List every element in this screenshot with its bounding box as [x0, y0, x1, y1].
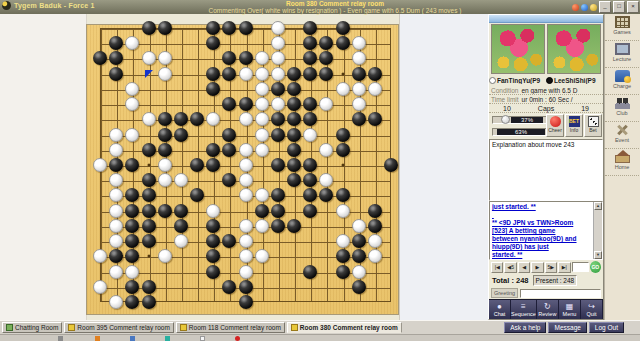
- side-toolbar: GamesLectureChargeClubEventHome: [604, 14, 640, 320]
- black-stone: [142, 219, 156, 233]
- black-stone: [109, 67, 123, 81]
- black-stone: [368, 219, 382, 233]
- room-tab[interactable]: Room 395 Comment relay room: [64, 322, 173, 333]
- black-stone: [158, 21, 172, 35]
- white-stone: [271, 97, 285, 111]
- log-out-button[interactable]: Log Out: [589, 322, 624, 333]
- black-stone: [206, 67, 220, 81]
- white-stone: [255, 112, 269, 126]
- home-icon: [6, 324, 13, 331]
- black-stone: [109, 249, 123, 263]
- white-stone: [336, 82, 350, 96]
- black-stone: [368, 112, 382, 126]
- black-stone: [368, 204, 382, 218]
- black-stone: [336, 249, 350, 263]
- black-stone: [303, 36, 317, 50]
- slider-1-knob[interactable]: [501, 115, 510, 124]
- white-stone: [255, 51, 269, 65]
- titlebar-room-label: Room 380 Comment relay room: [170, 0, 500, 7]
- black-stone: [206, 219, 220, 233]
- black-stone: [303, 67, 317, 81]
- toolbar-home-button[interactable]: Home: [605, 149, 639, 176]
- room-icon: [180, 324, 187, 331]
- black-stone: [303, 112, 317, 126]
- black-stone: [206, 143, 220, 157]
- tray-icon-red[interactable]: [572, 4, 579, 11]
- white-stone: [255, 188, 269, 202]
- total-moves-label: Total : 248: [492, 276, 529, 285]
- go-board[interactable]: [86, 24, 399, 315]
- room-icon: [291, 324, 298, 331]
- white-stone: [255, 219, 269, 233]
- toolbar-charge-button[interactable]: Charge: [605, 68, 639, 95]
- black-stone: [142, 295, 156, 309]
- black-stone: [190, 158, 204, 172]
- black-stone: [222, 21, 236, 35]
- white-stone: [271, 67, 285, 81]
- white-stone: [239, 234, 253, 248]
- scroll-up-button[interactable]: ▲: [594, 202, 602, 210]
- black-stone: [336, 265, 350, 279]
- black-stone: [287, 97, 301, 111]
- black-stone: [303, 188, 317, 202]
- white-stone: [352, 265, 366, 279]
- taskbar-sliver: [0, 334, 640, 341]
- white-stone: [109, 143, 123, 157]
- black-stone: [190, 112, 204, 126]
- white-stone: [125, 128, 139, 142]
- white-stone: [239, 67, 253, 81]
- white-stone: [142, 51, 156, 65]
- cheer-icon: [550, 116, 561, 127]
- white-stone: [206, 112, 220, 126]
- move-nav-button[interactable]: 5▶: [545, 262, 557, 273]
- black-stone: [125, 219, 139, 233]
- hoshi-point: [147, 255, 150, 258]
- chat-scrollbar[interactable]: ▲ ▼: [593, 202, 602, 259]
- white-stone: [125, 36, 139, 50]
- left-empty-panel: [0, 14, 87, 320]
- black-stone: [109, 36, 123, 50]
- move-nav-button[interactable]: ◀5: [504, 262, 516, 273]
- white-stone: [125, 265, 139, 279]
- white-stone: [368, 82, 382, 96]
- black-stone: [142, 21, 156, 35]
- black-stone: [303, 21, 317, 35]
- maximize-button[interactable]: □: [613, 1, 625, 13]
- black-stone: [222, 143, 236, 157]
- black-stone: [222, 280, 236, 294]
- black-stone: [303, 204, 317, 218]
- review-menu-button[interactable]: ↻Review: [537, 300, 559, 319]
- hoshi-point: [341, 164, 344, 167]
- black-stone: [222, 128, 236, 142]
- review-icon: ↻: [537, 302, 558, 311]
- black-stone: [239, 280, 253, 294]
- white-stone: [255, 128, 269, 142]
- black-stone: [287, 82, 301, 96]
- black-stone: [336, 21, 350, 35]
- condition-value: en game with 6.5 D: [521, 87, 577, 94]
- black-stone: [174, 128, 188, 142]
- black-stone: [239, 295, 253, 309]
- black-stone: [142, 143, 156, 157]
- black-stone: [158, 128, 172, 142]
- room-tab-active[interactable]: Room 380 Comment relay room: [287, 322, 402, 333]
- white-stone: [352, 97, 366, 111]
- white-player-name: FanTingYu(P9: [497, 77, 540, 84]
- white-stone: [239, 112, 253, 126]
- black-stone: [222, 173, 236, 187]
- captures-label: Caps: [538, 105, 554, 112]
- white-stone: [352, 82, 366, 96]
- white-stone: [109, 128, 123, 142]
- white-stone: [93, 158, 107, 172]
- move-number-input[interactable]: [572, 262, 589, 272]
- chat-message-line[interactable]: hiupp(9D) has just: [492, 243, 591, 251]
- titlebar-status-label: Commenting Over( white wins by resignati…: [170, 7, 500, 14]
- move-explanation-box[interactable]: Explanation about move 243: [489, 139, 603, 201]
- minimize-button[interactable]: _: [599, 1, 611, 13]
- white-stone: [109, 173, 123, 187]
- room-icon: [68, 324, 75, 331]
- black-stone: [125, 280, 139, 294]
- black-stone: [271, 128, 285, 142]
- bet-button[interactable]: Bet: [584, 114, 602, 137]
- black-player-avatar[interactable]: [547, 24, 601, 74]
- black-stone: [174, 112, 188, 126]
- white-stone: [158, 67, 172, 81]
- chat-icon: ●: [489, 302, 510, 311]
- white-stone: [125, 97, 139, 111]
- white-stone: [239, 173, 253, 187]
- black-stone: [271, 158, 285, 172]
- time-limit-label: Time limit: [491, 96, 519, 103]
- move-nav-button[interactable]: ▶|: [558, 262, 570, 273]
- white-stone: [158, 51, 172, 65]
- black-stone: [271, 82, 285, 96]
- black-stone: [142, 188, 156, 202]
- black-stone: [109, 51, 123, 65]
- black-stone: [222, 97, 236, 111]
- black-stone: [352, 112, 366, 126]
- game-info-panel: FanTingYu(P9 LeeShiShi(P9 Condition en g…: [488, 14, 604, 320]
- panel-top-strip: [489, 15, 603, 23]
- go-board-stones: [100, 28, 391, 302]
- app-window: Tygem Baduk - Force 1 Room 380 Comment r…: [0, 0, 640, 341]
- black-stone: [271, 204, 285, 218]
- black-stone: [336, 143, 350, 157]
- white-stone: [93, 280, 107, 294]
- black-stone: [271, 188, 285, 202]
- bet-info-icon: BET: [569, 116, 580, 127]
- black-stone: [142, 234, 156, 248]
- broadcast-chat-box[interactable]: just started. ** ** <9D JPN vs TWN>Room[…: [489, 201, 603, 260]
- white-stone: [303, 128, 317, 142]
- taskbar-icon[interactable]: [58, 336, 63, 341]
- black-stone: [142, 280, 156, 294]
- white-stone: [319, 143, 333, 157]
- white-stone: [239, 188, 253, 202]
- quit-icon: ↪: [581, 302, 602, 311]
- right-empty-gap: [399, 14, 489, 320]
- white-stone: [239, 158, 253, 172]
- tray-icon-yellow[interactable]: [590, 4, 597, 11]
- white-stone: [93, 249, 107, 263]
- white-stone: [352, 36, 366, 50]
- toolbar-lecture-button[interactable]: Lecture: [605, 41, 639, 68]
- dice-icon: [588, 116, 599, 127]
- taskbar-icon[interactable]: [235, 336, 240, 341]
- black-stone: [206, 82, 220, 96]
- white-stone: [368, 234, 382, 248]
- chat-message-line[interactable]: ** <9D JPN vs TWN>Room: [492, 219, 591, 227]
- white-stone: [109, 204, 123, 218]
- white-stone: [174, 173, 188, 187]
- white-player-avatar[interactable]: [491, 24, 545, 74]
- black-stone: [287, 158, 301, 172]
- black-stone: [142, 204, 156, 218]
- white-stone: [239, 265, 253, 279]
- toolbar-club-button[interactable]: Club: [605, 95, 639, 122]
- black-stone: [125, 234, 139, 248]
- white-stone: [336, 204, 350, 218]
- black-stone: [190, 188, 204, 202]
- chat-message-line[interactable]: between nyannkoo(9D) and: [492, 235, 591, 243]
- black-stone: [287, 219, 301, 233]
- white-stone: [109, 295, 123, 309]
- black-stone: [336, 128, 350, 142]
- black-player-name: LeeShiShi(P9: [554, 77, 596, 84]
- slider-1-value: 37%: [511, 117, 543, 123]
- room-tab-bar: Chatting RoomRoom 395 Comment relay room…: [0, 320, 640, 334]
- message-button[interactable]: Message: [548, 322, 586, 333]
- sequence-menu-button[interactable]: ≡Sequence: [511, 300, 537, 319]
- last-move-marker: [145, 70, 153, 78]
- white-stone: [319, 97, 333, 111]
- room-tab[interactable]: Chatting Room: [2, 322, 62, 333]
- black-stone: [206, 36, 220, 50]
- white-stone: [255, 143, 269, 157]
- chat-menu-button[interactable]: ●Chat: [489, 300, 511, 319]
- white-stone: [255, 82, 269, 96]
- menu-menu-button[interactable]: ▦Menu: [559, 300, 581, 319]
- panel-menu-bar: ●Chat≡Sequence↻Review▦Menu↪Quit: [489, 299, 603, 319]
- black-stone: [303, 97, 317, 111]
- toolbar-games-button[interactable]: Games: [605, 14, 639, 41]
- white-stone: [158, 173, 172, 187]
- black-stone: [125, 295, 139, 309]
- white-stone: [109, 265, 123, 279]
- taskbar-icon[interactable]: [200, 336, 205, 341]
- present-move-label: Present : 248: [533, 275, 578, 286]
- white-stone: [336, 234, 350, 248]
- black-stone: [352, 234, 366, 248]
- club-icon: [615, 97, 630, 109]
- black-stone: [158, 143, 172, 157]
- black-stone: [287, 67, 301, 81]
- black-stone: [93, 51, 107, 65]
- charge-icon: [615, 70, 630, 82]
- move-nav-button[interactable]: |◀: [491, 262, 503, 273]
- move-navigation: |◀◀5◀▶5▶▶|GO: [489, 260, 603, 274]
- hoshi-point: [147, 164, 150, 167]
- black-stone: [174, 219, 188, 233]
- white-stone: [255, 67, 269, 81]
- cheer-button[interactable]: Cheer: [546, 114, 564, 137]
- black-stone: [206, 234, 220, 248]
- white-stone: [158, 249, 172, 263]
- games-icon: [615, 16, 630, 28]
- white-stone: [368, 249, 382, 263]
- chat-message-line[interactable]: [523] A betting game: [492, 227, 591, 235]
- greeting-label: Greeting: [491, 288, 518, 298]
- chat-message-line[interactable]: started. **: [492, 251, 591, 259]
- black-stone: [319, 36, 333, 50]
- home-icon: [615, 155, 630, 163]
- white-stone: [109, 219, 123, 233]
- black-stone: [271, 219, 285, 233]
- close-button[interactable]: ×: [627, 1, 639, 13]
- white-player-name-row[interactable]: FanTingYu(P9: [489, 77, 546, 84]
- black-stone: [352, 67, 366, 81]
- black-stone: [384, 158, 398, 172]
- black-stone-icon: [546, 77, 553, 84]
- white-stone: [109, 234, 123, 248]
- black-stone: [109, 158, 123, 172]
- taskbar-icon[interactable]: [165, 336, 170, 341]
- black-stone: [206, 265, 220, 279]
- black-stone: [125, 158, 139, 172]
- hoshi-point: [341, 72, 344, 75]
- slider-2-value: 63%: [497, 129, 545, 135]
- black-stone: [319, 51, 333, 65]
- black-stone: [271, 112, 285, 126]
- ask-a-help-button[interactable]: Ask a help: [504, 322, 546, 333]
- white-stone: [109, 188, 123, 202]
- go-button[interactable]: GO: [590, 261, 601, 273]
- taskbar-icon[interactable]: [95, 336, 100, 341]
- app-icon: [2, 1, 11, 10]
- black-stone: [222, 67, 236, 81]
- condition-label: Condition: [491, 87, 518, 94]
- black-stone: [368, 67, 382, 81]
- black-stone: [287, 173, 301, 187]
- black-stone: [174, 204, 188, 218]
- black-stone: [125, 204, 139, 218]
- black-stone: [222, 234, 236, 248]
- sequence-icon: ≡: [511, 302, 536, 311]
- black-stone: [158, 112, 172, 126]
- black-stone: [303, 51, 317, 65]
- event-icon: [615, 124, 630, 136]
- white-stone: [239, 143, 253, 157]
- tray-icon-blue[interactable]: [581, 4, 588, 11]
- black-stone: [319, 188, 333, 202]
- window-title: Tygem Baduk - Force 1: [14, 2, 95, 9]
- white-captures-count: 10: [503, 105, 511, 112]
- chat-message-line: [492, 211, 591, 219]
- black-stone: [125, 249, 139, 263]
- move-nav-button[interactable]: ▶: [531, 262, 543, 273]
- chat-message-line[interactable]: just started. **: [492, 203, 591, 211]
- scroll-down-button[interactable]: ▼: [594, 251, 602, 259]
- black-stone: [206, 249, 220, 263]
- black-stone: [222, 51, 236, 65]
- menu-icon: ▦: [559, 302, 580, 311]
- white-stone: [239, 219, 253, 233]
- black-stone: [206, 158, 220, 172]
- time-limit-value: ur 0min : 60 Sec /: [522, 96, 573, 103]
- toolbar-event-button[interactable]: Event: [605, 122, 639, 149]
- black-stone: [239, 21, 253, 35]
- black-captures-count: 19: [581, 105, 589, 112]
- white-stone: [271, 21, 285, 35]
- taskbar-icon[interactable]: [130, 336, 135, 341]
- black-stone: [287, 143, 301, 157]
- black-stone: [142, 173, 156, 187]
- white-stone: [352, 51, 366, 65]
- black-stone: [287, 112, 301, 126]
- white-stone: [271, 51, 285, 65]
- white-stone: [255, 97, 269, 111]
- black-stone: [206, 21, 220, 35]
- black-stone: [336, 36, 350, 50]
- black-stone: [352, 280, 366, 294]
- white-stone: [125, 82, 139, 96]
- lecture-icon: [615, 43, 630, 55]
- titlebar: Tygem Baduk - Force 1 Room 380 Comment r…: [0, 0, 640, 14]
- white-stone: [239, 249, 253, 263]
- black-stone: [303, 158, 317, 172]
- black-player-name-row[interactable]: LeeShiShi(P9: [546, 77, 603, 84]
- black-stone: [287, 128, 301, 142]
- room-tab[interactable]: Room 118 Comment relay room: [176, 322, 285, 333]
- black-stone: [255, 204, 269, 218]
- white-stone: [352, 219, 366, 233]
- black-stone: [319, 67, 333, 81]
- black-stone: [303, 173, 317, 187]
- white-stone-icon: [489, 77, 496, 84]
- black-stone: [158, 204, 172, 218]
- white-stone: [271, 36, 285, 50]
- greeting-input[interactable]: [520, 289, 601, 298]
- black-stone: [239, 97, 253, 111]
- white-stone: [255, 249, 269, 263]
- white-stone: [174, 234, 188, 248]
- move-nav-button[interactable]: ◀: [518, 262, 530, 273]
- white-stone: [206, 204, 220, 218]
- territory-sliders: 37% 63% Cheer BET Info Bet: [489, 113, 603, 139]
- black-stone: [303, 265, 317, 279]
- black-stone: [336, 188, 350, 202]
- white-stone: [158, 158, 172, 172]
- info-button[interactable]: BET Info: [565, 114, 583, 137]
- white-stone: [142, 112, 156, 126]
- chat-lines: just started. ** ** <9D JPN vs TWN>Room[…: [492, 203, 591, 259]
- white-stone: [319, 173, 333, 187]
- black-stone: [239, 51, 253, 65]
- quit-menu-button[interactable]: ↪Quit: [581, 300, 603, 319]
- black-stone: [125, 188, 139, 202]
- black-stone: [352, 249, 366, 263]
